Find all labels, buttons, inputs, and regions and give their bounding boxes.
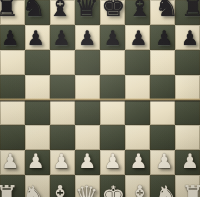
square-e3[interactable] [100, 125, 125, 150]
square-g5[interactable] [150, 75, 175, 100]
square-f7[interactable]: ♟ [125, 25, 150, 50]
piece-black-rook[interactable]: ♜ [0, 0, 19, 19]
square-d1[interactable]: ♛ [75, 175, 100, 197]
square-b7[interactable]: ♟ [25, 25, 50, 50]
square-c3[interactable] [50, 125, 75, 150]
square-f1[interactable]: ♝ [125, 175, 150, 197]
square-a7[interactable]: ♟ [0, 25, 25, 50]
piece-black-pawn[interactable]: ♟ [181, 26, 199, 51]
square-g6[interactable] [150, 50, 175, 75]
square-h6[interactable] [175, 50, 200, 75]
square-f5[interactable] [125, 75, 150, 100]
piece-white-rook[interactable]: ♜ [181, 183, 200, 197]
square-d4[interactable] [75, 100, 100, 125]
square-e1[interactable]: ♚ [100, 175, 125, 197]
square-g3[interactable] [150, 125, 175, 150]
square-c7[interactable]: ♟ [50, 25, 75, 50]
square-h4[interactable] [175, 100, 200, 125]
square-c4[interactable] [50, 100, 75, 125]
square-d8[interactable]: ♛ [75, 0, 100, 25]
square-e5[interactable] [100, 75, 125, 100]
piece-black-pawn[interactable]: ♟ [104, 26, 122, 51]
piece-white-bishop[interactable]: ♝ [128, 183, 152, 197]
square-e7[interactable]: ♟ [100, 25, 125, 50]
square-f6[interactable] [125, 50, 150, 75]
piece-black-pawn[interactable]: ♟ [27, 26, 45, 51]
piece-black-knight[interactable]: ♞ [21, 0, 45, 19]
square-d5[interactable] [75, 75, 100, 100]
piece-black-rook[interactable]: ♜ [181, 0, 200, 19]
piece-white-pawn[interactable]: ♟ [78, 149, 96, 174]
piece-black-queen[interactable]: ♛ [75, 0, 99, 19]
square-e8[interactable]: ♚ [100, 0, 125, 25]
piece-black-bishop[interactable]: ♝ [48, 0, 72, 19]
square-c6[interactable] [50, 50, 75, 75]
square-d6[interactable] [75, 50, 100, 75]
square-c8[interactable]: ♝ [50, 0, 75, 25]
square-b6[interactable] [25, 50, 50, 75]
square-g7[interactable]: ♟ [150, 25, 175, 50]
piece-black-knight[interactable]: ♞ [154, 0, 178, 19]
square-g4[interactable] [150, 100, 175, 125]
square-a5[interactable] [0, 75, 25, 100]
piece-black-pawn[interactable]: ♟ [155, 26, 173, 51]
square-b8[interactable]: ♞ [25, 0, 50, 25]
square-c2[interactable]: ♟ [50, 150, 75, 175]
piece-white-pawn[interactable]: ♟ [104, 149, 122, 174]
square-g2[interactable]: ♟ [150, 150, 175, 175]
square-g1[interactable]: ♞ [150, 175, 175, 197]
piece-white-knight[interactable]: ♞ [21, 183, 45, 197]
piece-black-king[interactable]: ♚ [101, 0, 125, 19]
piece-white-pawn[interactable]: ♟ [53, 149, 71, 174]
square-f3[interactable] [125, 125, 150, 150]
piece-white-pawn[interactable]: ♟ [155, 149, 173, 174]
piece-black-pawn[interactable]: ♟ [78, 26, 96, 51]
piece-white-pawn[interactable]: ♟ [130, 149, 148, 174]
square-b5[interactable] [25, 75, 50, 100]
piece-black-pawn[interactable]: ♟ [1, 26, 19, 51]
square-h3[interactable] [175, 125, 200, 150]
piece-black-bishop[interactable]: ♝ [128, 0, 152, 19]
square-h7[interactable]: ♟ [175, 25, 200, 50]
square-a4[interactable] [0, 100, 25, 125]
square-g8[interactable]: ♞ [150, 0, 175, 25]
piece-white-pawn[interactable]: ♟ [181, 149, 199, 174]
square-h5[interactable] [175, 75, 200, 100]
square-b2[interactable]: ♟ [25, 150, 50, 175]
square-b4[interactable] [25, 100, 50, 125]
square-c1[interactable]: ♝ [50, 175, 75, 197]
square-a3[interactable] [0, 125, 25, 150]
square-b3[interactable] [25, 125, 50, 150]
square-e2[interactable]: ♟ [100, 150, 125, 175]
piece-white-king[interactable]: ♚ [101, 183, 125, 197]
chess-photo: ♜♞♝♛♚♝♞♜♟♟♟♟♟♟♟♟♟♟♟♟♟♟♟♟♜♞♝♛♚♝♞♜ [0, 0, 200, 197]
square-c5[interactable] [50, 75, 75, 100]
piece-black-pawn[interactable]: ♟ [130, 26, 148, 51]
square-h1[interactable]: ♜ [175, 175, 200, 197]
piece-white-queen[interactable]: ♛ [75, 183, 99, 197]
square-a2[interactable]: ♟ [0, 150, 25, 175]
piece-white-pawn[interactable]: ♟ [27, 149, 45, 174]
square-f2[interactable]: ♟ [125, 150, 150, 175]
piece-white-knight[interactable]: ♞ [154, 183, 178, 197]
piece-white-pawn[interactable]: ♟ [1, 149, 19, 174]
square-h2[interactable]: ♟ [175, 150, 200, 175]
square-d7[interactable]: ♟ [75, 25, 100, 50]
piece-white-rook[interactable]: ♜ [0, 183, 19, 197]
piece-black-pawn[interactable]: ♟ [53, 26, 71, 51]
square-h8[interactable]: ♜ [175, 0, 200, 25]
square-f8[interactable]: ♝ [125, 0, 150, 25]
square-e6[interactable] [100, 50, 125, 75]
piece-white-bishop[interactable]: ♝ [48, 183, 72, 197]
square-e4[interactable] [100, 100, 125, 125]
square-a6[interactable] [0, 50, 25, 75]
square-f4[interactable] [125, 100, 150, 125]
chess-board: ♜♞♝♛♚♝♞♜♟♟♟♟♟♟♟♟♟♟♟♟♟♟♟♟♜♞♝♛♚♝♞♜ [0, 0, 200, 197]
square-b1[interactable]: ♞ [25, 175, 50, 197]
square-d3[interactable] [75, 125, 100, 150]
square-d2[interactable]: ♟ [75, 150, 100, 175]
